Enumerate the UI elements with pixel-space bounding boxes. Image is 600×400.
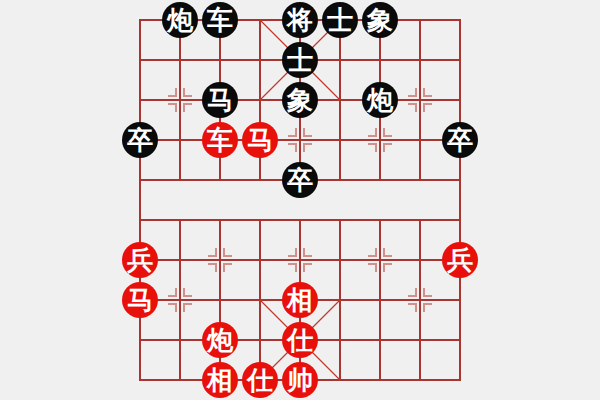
piece-black-chariot[interactable]: 车 [202,2,238,38]
piece-black-elephant[interactable]: 象 [282,82,318,118]
piece-red-horse[interactable]: 马 [242,122,278,158]
piece-black-advisor[interactable]: 士 [282,42,318,78]
piece-black-general[interactable]: 将 [282,2,318,38]
piece-red-general[interactable]: 帅 [282,362,318,398]
piece-red-soldier[interactable]: 兵 [442,242,478,278]
piece-black-horse[interactable]: 马 [202,82,238,118]
piece-black-cannon[interactable]: 炮 [362,82,398,118]
piece-black-soldier[interactable]: 卒 [122,122,158,158]
pieces-layer: 炮车将士象士马象炮卒车马卒卒兵兵马相炮仕相仕帅 [120,0,480,400]
piece-red-soldier[interactable]: 兵 [122,242,158,278]
piece-black-soldier[interactable]: 卒 [282,162,318,198]
piece-black-soldier[interactable]: 卒 [442,122,478,158]
piece-red-cannon[interactable]: 炮 [202,322,238,358]
piece-red-advisor[interactable]: 仕 [242,362,278,398]
xiangqi-board[interactable]: 炮车将士象士马象炮卒车马卒卒兵兵马相炮仕相仕帅 [0,0,600,400]
xiangqi-app: 炮车将士象士马象炮卒车马卒卒兵兵马相炮仕相仕帅 [0,0,600,400]
piece-black-cannon[interactable]: 炮 [162,2,198,38]
piece-red-elephant[interactable]: 相 [202,362,238,398]
piece-black-elephant[interactable]: 象 [362,2,398,38]
piece-red-horse[interactable]: 马 [122,282,158,318]
piece-black-advisor[interactable]: 士 [322,2,358,38]
piece-red-advisor[interactable]: 仕 [282,322,318,358]
piece-red-elephant[interactable]: 相 [282,282,318,318]
piece-red-chariot[interactable]: 车 [202,122,238,158]
